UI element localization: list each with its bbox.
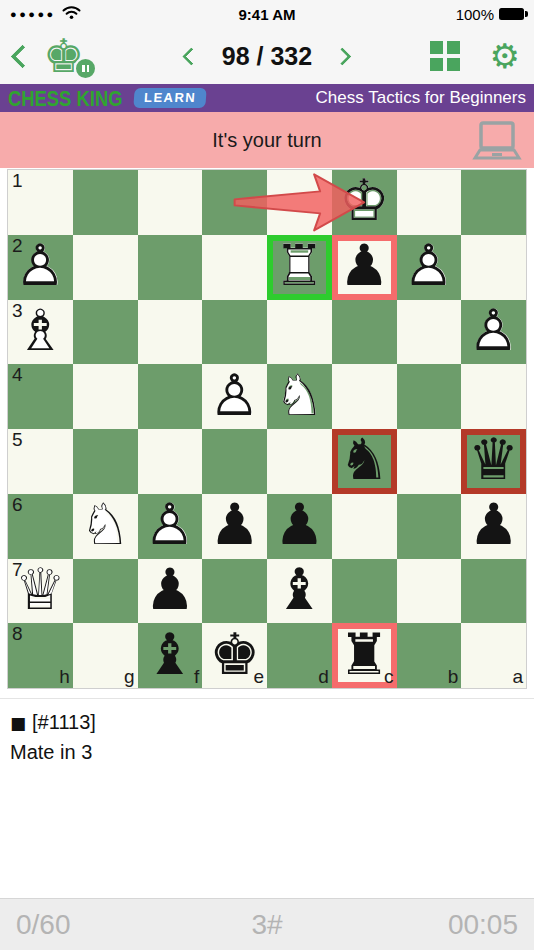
settings-button[interactable]: ⚙ bbox=[490, 39, 520, 73]
footer-bar: 0/60 3# 00:05 bbox=[0, 898, 534, 950]
file-label-a: a bbox=[512, 666, 523, 688]
status-bar: ●●●●● 9:41 AM 100% bbox=[0, 0, 534, 28]
square-g8[interactable]: g bbox=[73, 623, 138, 688]
square-h8[interactable]: 8h bbox=[8, 623, 73, 688]
back-button[interactable] bbox=[10, 44, 34, 68]
square-f6[interactable]: ♟♙ bbox=[138, 494, 203, 559]
square-b1[interactable] bbox=[397, 170, 462, 235]
rank-label-1: 1 bbox=[12, 170, 23, 192]
square-c1[interactable]: ♚♔ bbox=[332, 170, 397, 235]
square-d7[interactable]: ♝ bbox=[267, 559, 332, 624]
piece-wP-e4: ♟♙ bbox=[202, 364, 267, 429]
square-g1[interactable] bbox=[73, 170, 138, 235]
square-g5[interactable] bbox=[73, 429, 138, 494]
square-h1[interactable]: 1 bbox=[8, 170, 73, 235]
square-e8[interactable]: e♚ bbox=[202, 623, 267, 688]
piece-wN-g6: ♞♘ bbox=[73, 494, 138, 559]
file-label-e: e bbox=[253, 666, 264, 688]
rank-label-5: 5 bbox=[12, 429, 23, 451]
square-c7[interactable] bbox=[332, 559, 397, 624]
square-e2[interactable] bbox=[202, 235, 267, 300]
piece-wN-d4: ♞♘ bbox=[267, 364, 332, 429]
turn-text: It's your turn bbox=[212, 129, 321, 152]
piece-wP-a3: ♟♙ bbox=[461, 300, 526, 365]
rank-label-3: 3 bbox=[12, 300, 23, 322]
piece-bP-d6: ♟ bbox=[267, 494, 332, 559]
nav-bar: ♚ 98 / 332 ⚙ bbox=[0, 28, 534, 84]
timer-label: 00:05 bbox=[448, 909, 518, 941]
turn-banner: It's your turn bbox=[0, 112, 534, 168]
clock-label: 9:41 AM bbox=[239, 6, 296, 23]
puzzle-id: [#1113] bbox=[32, 711, 96, 733]
cell-signal-icon: ●●●●● bbox=[10, 8, 56, 20]
piece-bB-f8: ♝ bbox=[138, 623, 203, 688]
square-f3[interactable] bbox=[138, 300, 203, 365]
board-wrap: 1♚♔2♟♙♜♖♟♟♙3♝♗♟♙4♟♙♞♘5♞♛6♞♘♟♙♟♟♟7♛♕♟♝8hg… bbox=[8, 170, 526, 688]
square-e4[interactable]: ♟♙ bbox=[202, 364, 267, 429]
square-c4[interactable] bbox=[332, 364, 397, 429]
square-f8[interactable]: f♝ bbox=[138, 623, 203, 688]
square-a5[interactable]: ♛ bbox=[461, 429, 526, 494]
piece-bB-d7: ♝ bbox=[267, 559, 332, 624]
chess-board: 1♚♔2♟♙♜♖♟♟♙3♝♗♟♙4♟♙♞♘5♞♛6♞♘♟♙♟♟♟7♛♕♟♝8hg… bbox=[8, 170, 526, 688]
file-label-h: h bbox=[59, 666, 70, 688]
score-label: 0/60 bbox=[16, 909, 71, 941]
square-f4[interactable] bbox=[138, 364, 203, 429]
file-label-d: d bbox=[318, 666, 329, 688]
square-d3[interactable] bbox=[267, 300, 332, 365]
square-b8[interactable]: b bbox=[397, 623, 462, 688]
square-c5[interactable]: ♞ bbox=[332, 429, 397, 494]
piece-wP-f6: ♟♙ bbox=[138, 494, 203, 559]
square-e1[interactable] bbox=[202, 170, 267, 235]
square-c8[interactable]: c♜ bbox=[332, 623, 397, 688]
square-b4[interactable] bbox=[397, 364, 462, 429]
square-f1[interactable] bbox=[138, 170, 203, 235]
rank-label-8: 8 bbox=[12, 623, 23, 645]
square-b6[interactable] bbox=[397, 494, 462, 559]
square-g3[interactable] bbox=[73, 300, 138, 365]
puzzle-list-button[interactable] bbox=[430, 41, 460, 71]
piece-wR-d2: ♜♖ bbox=[267, 235, 332, 300]
piece-bN-c5: ♞ bbox=[332, 429, 397, 494]
piece-bQ-a5: ♛ bbox=[461, 429, 526, 494]
rank-label-7: 7 bbox=[12, 559, 23, 581]
square-h3[interactable]: 3♝♗ bbox=[8, 300, 73, 365]
square-a8[interactable]: a bbox=[461, 623, 526, 688]
side-to-move-indicator: ■ bbox=[10, 713, 26, 733]
square-e5[interactable] bbox=[202, 429, 267, 494]
file-label-g: g bbox=[124, 666, 135, 688]
square-c6[interactable] bbox=[332, 494, 397, 559]
square-b7[interactable] bbox=[397, 559, 462, 624]
rank-label-6: 6 bbox=[12, 494, 23, 516]
rank-label-4: 4 bbox=[12, 364, 23, 386]
square-d8[interactable]: d bbox=[267, 623, 332, 688]
brand-label: CHESS KING bbox=[8, 85, 123, 111]
puzzle-counter: 98 / 332 bbox=[222, 42, 312, 71]
puzzle-goal-text: Mate in 3 bbox=[10, 741, 534, 764]
file-label-b: b bbox=[448, 666, 459, 688]
square-f2[interactable] bbox=[138, 235, 203, 300]
task-area: ■[#1113] Mate in 3 bbox=[0, 688, 534, 764]
piece-wP-b2: ♟♙ bbox=[397, 235, 462, 300]
goal-label: 3# bbox=[251, 909, 282, 941]
square-a2[interactable] bbox=[461, 235, 526, 300]
square-g4[interactable] bbox=[73, 364, 138, 429]
square-a1[interactable] bbox=[461, 170, 526, 235]
square-b5[interactable] bbox=[397, 429, 462, 494]
battery-percent-label: 100% bbox=[456, 6, 494, 23]
square-d5[interactable] bbox=[267, 429, 332, 494]
piece-wK-c1: ♚♔ bbox=[332, 170, 397, 235]
prev-puzzle-button[interactable] bbox=[182, 47, 200, 65]
file-label-f: f bbox=[194, 666, 199, 688]
square-a4[interactable] bbox=[461, 364, 526, 429]
pause-badge-icon bbox=[74, 57, 97, 80]
square-b2[interactable]: ♟♙ bbox=[397, 235, 462, 300]
square-e3[interactable] bbox=[202, 300, 267, 365]
computer-icon[interactable] bbox=[472, 121, 522, 165]
brand-bar: CHESS KING LEARN Chess Tactics for Begin… bbox=[0, 84, 534, 112]
square-g6[interactable]: ♞♘ bbox=[73, 494, 138, 559]
rank-label-2: 2 bbox=[12, 235, 23, 257]
square-a7[interactable] bbox=[461, 559, 526, 624]
next-puzzle-button[interactable] bbox=[333, 47, 351, 65]
app-logo[interactable]: ♚ bbox=[43, 32, 95, 80]
square-d4[interactable]: ♞♘ bbox=[267, 364, 332, 429]
battery-icon bbox=[499, 8, 524, 20]
square-h6[interactable]: 6 bbox=[8, 494, 73, 559]
square-c3[interactable] bbox=[332, 300, 397, 365]
square-e6[interactable]: ♟ bbox=[202, 494, 267, 559]
learn-badge: LEARN bbox=[134, 88, 208, 108]
square-h5[interactable]: 5 bbox=[8, 429, 73, 494]
square-h2[interactable]: 2♟♙ bbox=[8, 235, 73, 300]
square-g7[interactable] bbox=[73, 559, 138, 624]
wifi-icon bbox=[62, 5, 81, 24]
square-f7[interactable]: ♟ bbox=[138, 559, 203, 624]
piece-bP-e6: ♟ bbox=[202, 494, 267, 559]
piece-bP-c2: ♟ bbox=[332, 235, 397, 300]
square-f5[interactable] bbox=[138, 429, 203, 494]
square-c2[interactable]: ♟ bbox=[332, 235, 397, 300]
square-h4[interactable]: 4 bbox=[8, 364, 73, 429]
piece-bP-f7: ♟ bbox=[138, 559, 203, 624]
course-title: Chess Tactics for Beginners bbox=[316, 88, 526, 108]
square-d2[interactable]: ♜♖ bbox=[267, 235, 332, 300]
square-e7[interactable] bbox=[202, 559, 267, 624]
square-h7[interactable]: 7♛♕ bbox=[8, 559, 73, 624]
square-a3[interactable]: ♟♙ bbox=[461, 300, 526, 365]
square-a6[interactable]: ♟ bbox=[461, 494, 526, 559]
square-g2[interactable] bbox=[73, 235, 138, 300]
square-b3[interactable] bbox=[397, 300, 462, 365]
file-label-c: c bbox=[384, 666, 394, 688]
square-d6[interactable]: ♟ bbox=[267, 494, 332, 559]
square-d1[interactable] bbox=[267, 170, 332, 235]
piece-bP-a6: ♟ bbox=[461, 494, 526, 559]
